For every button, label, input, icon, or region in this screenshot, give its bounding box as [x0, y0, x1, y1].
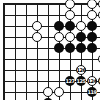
stone-white-K19 — [98, 0, 100, 9]
grid-line-horizontal — [3, 59, 100, 60]
stone-white-K14 — [98, 54, 100, 65]
move-number-label: 126 — [76, 67, 85, 72]
grid-line-vertical — [15, 3, 16, 100]
stone-white-J12: 124 — [87, 76, 98, 87]
stone-white-K12: 128 — [98, 76, 100, 87]
stone-black-H15 — [76, 43, 87, 54]
stone-black-H16 — [76, 32, 87, 43]
stone-black-H12: 125 — [76, 76, 87, 87]
stone-black-J15 — [87, 43, 98, 54]
stone-white-H13: 126 — [76, 65, 87, 76]
move-number-label: 127 — [65, 78, 74, 83]
grid-line-horizontal — [3, 15, 100, 16]
stone-black-J17 — [87, 21, 98, 32]
stone-black-G15 — [65, 43, 76, 54]
move-number-label: 125 — [76, 78, 85, 83]
stone-black-G12: 127 — [65, 76, 76, 87]
stone-black-G17 — [65, 21, 76, 32]
stone-white-E11 — [43, 87, 54, 98]
stone-white-F11 — [54, 87, 65, 98]
stone-white-J19 — [87, 0, 98, 9]
stone-white-F16 — [54, 32, 65, 43]
stone-black-E10 — [43, 98, 54, 100]
stone-white-K18 — [98, 10, 100, 21]
stone-white-H17 — [76, 21, 87, 32]
stone-white-J18 — [87, 10, 98, 21]
stone-black-F15 — [54, 43, 65, 54]
grid-line-horizontal — [3, 3, 100, 5]
stone-black-J11: 119 — [87, 87, 98, 98]
move-number-label: 128 — [98, 78, 100, 83]
grid-line-vertical — [37, 3, 38, 100]
stone-white-G18 — [65, 10, 76, 21]
grid-line-vertical — [26, 3, 27, 100]
stone-white-G16 — [65, 32, 76, 43]
stone-black-F17 — [54, 21, 65, 32]
stone-black-J16 — [87, 32, 98, 43]
grid-line-vertical — [3, 3, 5, 100]
move-number-label: 119 — [87, 89, 96, 94]
stone-white-D17 — [32, 21, 43, 32]
stone-white-D16 — [32, 32, 43, 43]
go-board[interactable]: 126127125124128119 — [0, 0, 100, 100]
grid-line-vertical — [48, 3, 49, 100]
stone-white-G19 — [65, 0, 76, 9]
move-number-label: 124 — [87, 78, 96, 83]
